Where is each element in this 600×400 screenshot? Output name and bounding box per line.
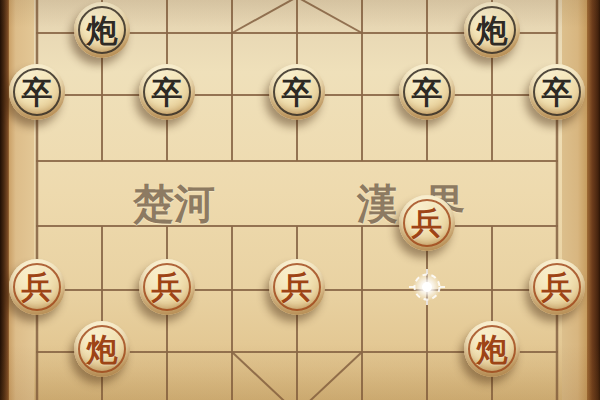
piece-glyph: 卒	[282, 77, 313, 108]
piece-red-soldier-c[interactable]: 兵	[269, 259, 325, 315]
piece-black-soldier-a[interactable]: 卒	[9, 64, 65, 120]
piece-glyph: 兵	[152, 272, 183, 303]
piece-glyph: 兵	[542, 272, 573, 303]
piece-glyph: 炮	[477, 15, 508, 46]
piece-red-soldier-e[interactable]: 兵	[529, 259, 585, 315]
piece-red-cannon-left[interactable]: 炮	[74, 321, 130, 377]
piece-glyph: 卒	[152, 77, 183, 108]
piece-glyph: 兵	[412, 208, 443, 239]
piece-red-soldier-advanced[interactable]: 兵	[399, 195, 455, 251]
piece-black-soldier-e[interactable]: 卒	[529, 64, 585, 120]
piece-black-soldier-b[interactable]: 卒	[139, 64, 195, 120]
river-text-chu-he: 楚河	[133, 177, 215, 232]
piece-glyph: 兵	[282, 272, 313, 303]
piece-glyph: 卒	[542, 77, 573, 108]
piece-red-cannon-right[interactable]: 炮	[464, 321, 520, 377]
xiangqi-board[interactable]: 楚河 漢界 炮炮卒卒卒卒卒兵兵兵兵兵炮炮	[0, 0, 600, 400]
piece-glyph: 炮	[477, 334, 508, 365]
piece-black-soldier-c[interactable]: 卒	[269, 64, 325, 120]
move-origin-reticle	[407, 267, 447, 307]
piece-black-cannon-right[interactable]: 炮	[464, 2, 520, 58]
piece-glyph: 卒	[412, 77, 443, 108]
piece-glyph: 卒	[22, 77, 53, 108]
piece-black-soldier-d[interactable]: 卒	[399, 64, 455, 120]
piece-glyph: 炮	[87, 334, 118, 365]
piece-glyph: 炮	[87, 15, 118, 46]
piece-red-soldier-b[interactable]: 兵	[139, 259, 195, 315]
piece-red-soldier-a[interactable]: 兵	[9, 259, 65, 315]
piece-black-cannon-left[interactable]: 炮	[74, 2, 130, 58]
board-frame-right	[587, 0, 600, 400]
board-frame-left	[0, 0, 9, 400]
piece-glyph: 兵	[22, 272, 53, 303]
